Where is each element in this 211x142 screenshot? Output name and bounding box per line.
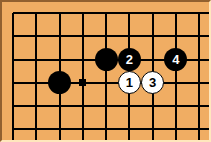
stone-white-3: 3	[141, 71, 164, 94]
grid-line-horizontal	[13, 128, 209, 130]
grid-line-horizontal	[13, 12, 209, 14]
grid-line-horizontal	[13, 105, 209, 107]
stone-number: 3	[149, 76, 156, 89]
go-board: 2134	[0, 0, 211, 142]
grid-line-horizontal	[13, 35, 209, 37]
stone-black	[48, 71, 71, 94]
stone-black-4: 4	[164, 48, 187, 71]
star-point-marker	[79, 79, 86, 86]
grid-line-vertical	[82, 13, 84, 140]
grid-line-vertical	[12, 13, 14, 140]
grid-line-vertical	[35, 13, 37, 140]
stone-black	[95, 48, 118, 71]
stone-number: 2	[126, 53, 133, 66]
stone-white-1: 1	[118, 71, 141, 94]
stone-number: 4	[172, 53, 179, 66]
grid-line-horizontal	[13, 82, 209, 84]
stone-number: 1	[126, 76, 133, 89]
grid-line-vertical	[175, 13, 177, 140]
grid-line-vertical	[105, 13, 107, 140]
stone-black-2: 2	[118, 48, 141, 71]
grid-line-vertical	[198, 13, 200, 140]
